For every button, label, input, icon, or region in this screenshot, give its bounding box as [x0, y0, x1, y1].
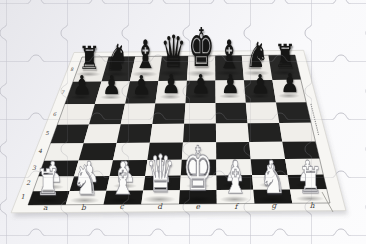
white-bishop-c1[interactable]: ♝: [110, 171, 137, 201]
white-rook-glyph: ♜: [36, 165, 61, 201]
white-rook-a1[interactable]: ♜: [36, 173, 61, 201]
black-pawn-d7[interactable]: ♟: [161, 76, 180, 97]
white-rook-glyph: ♜: [298, 163, 323, 199]
black-pawn-h7[interactable]: ♟: [280, 75, 299, 96]
black-pawn-a7[interactable]: ♟: [72, 77, 91, 98]
white-bishop-glyph: ♝: [110, 156, 137, 201]
black-pawn-glyph: ♟: [251, 70, 270, 96]
black-pawn-glyph: ♟: [132, 71, 151, 97]
white-king-glyph: ♚: [183, 139, 213, 200]
white-king-e1[interactable]: ♚: [183, 166, 213, 200]
black-pawn-glyph: ♟: [221, 71, 240, 97]
black-pawn-g7[interactable]: ♟: [251, 75, 270, 96]
white-knight-g1[interactable]: ♞: [259, 170, 286, 200]
pieces-layer: ♜♞♝♛♚♝♞♜♟♟♟♟♟♟♟♟♟♟♟♟♟♟♟♟♜♞♝♛♚♝♞♜: [0, 0, 366, 244]
white-knight-glyph: ♞: [259, 159, 286, 199]
black-pawn-c7[interactable]: ♟: [132, 76, 151, 97]
black-pawn-glyph: ♟: [161, 71, 180, 97]
black-pawn-glyph: ♟: [280, 70, 299, 96]
white-queen-glyph: ♛: [146, 150, 175, 201]
black-pawn-glyph: ♟: [72, 72, 91, 98]
black-king-glyph: ♚: [188, 20, 215, 73]
chess-set-photo: abcdefgh12345678 ♜♞♝♛♚♝♞♜♟♟♟♟♟♟♟♟♟♟♟♟♟♟♟…: [0, 0, 366, 244]
black-pawn-e7[interactable]: ♟: [191, 76, 210, 97]
black-pawn-f7[interactable]: ♟: [221, 75, 240, 96]
black-pawn-b7[interactable]: ♟: [102, 76, 121, 97]
white-bishop-f1[interactable]: ♝: [222, 170, 249, 200]
white-bishop-glyph: ♝: [222, 155, 249, 200]
black-pawn-glyph: ♟: [102, 72, 121, 98]
white-queen-d1[interactable]: ♛: [146, 168, 175, 201]
white-knight-b1[interactable]: ♞: [72, 171, 99, 201]
black-pawn-glyph: ♟: [191, 71, 210, 97]
white-knight-glyph: ♞: [72, 161, 99, 201]
white-rook-h1[interactable]: ♜: [298, 171, 323, 199]
